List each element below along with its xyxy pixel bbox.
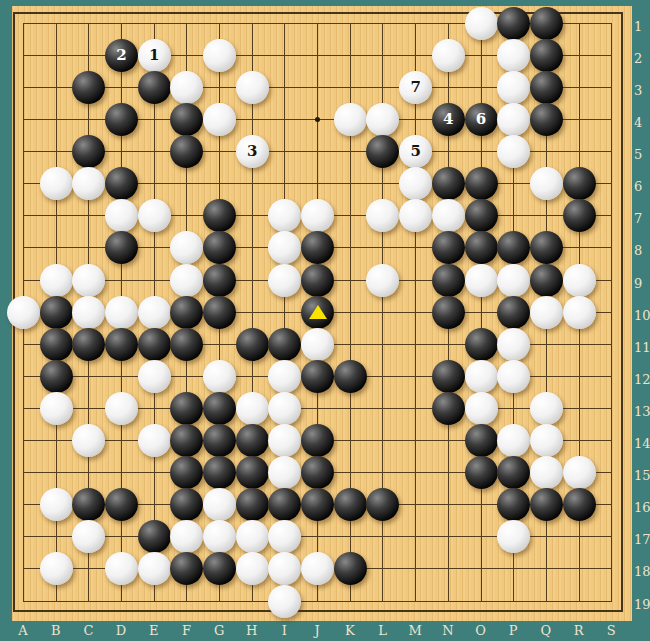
row-label-18: 18 [634, 564, 650, 579]
row-label-7: 7 [634, 211, 642, 226]
row-label-1: 1 [634, 18, 642, 33]
row-label-16: 16 [634, 500, 650, 515]
row-label-14: 14 [634, 436, 650, 451]
column-label-K: K [345, 623, 355, 638]
column-label-A: A [18, 623, 27, 638]
go-board-screenshot: 2174635 ABCDEFGHIJKLMNOPQRS1234567891011… [0, 0, 650, 641]
column-label-I: I [282, 623, 287, 638]
column-label-O: O [475, 623, 486, 638]
row-label-6: 6 [634, 179, 642, 194]
row-label-5: 5 [634, 147, 642, 162]
row-label-11: 11 [634, 339, 650, 354]
row-label-13: 13 [634, 403, 650, 418]
column-label-E: E [149, 623, 159, 638]
row-label-12: 12 [634, 371, 650, 386]
column-label-M: M [409, 623, 422, 638]
row-label-15: 15 [634, 468, 650, 483]
row-label-17: 17 [634, 532, 650, 547]
column-label-S: S [607, 623, 616, 638]
column-label-B: B [51, 623, 61, 638]
row-label-9: 9 [634, 275, 642, 290]
column-label-F: F [182, 623, 191, 638]
column-label-G: G [214, 623, 224, 638]
row-label-2: 2 [634, 50, 642, 65]
row-label-3: 3 [634, 82, 642, 97]
row-label-4: 4 [634, 115, 642, 130]
column-label-N: N [442, 623, 453, 638]
column-label-D: D [116, 623, 126, 638]
column-label-C: C [83, 623, 93, 638]
column-label-P: P [509, 623, 518, 638]
row-label-8: 8 [634, 243, 642, 258]
column-label-Q: Q [541, 623, 552, 638]
coordinate-labels: ABCDEFGHIJKLMNOPQRS123456789101112131415… [0, 0, 650, 641]
row-label-10: 10 [634, 307, 650, 322]
column-label-H: H [246, 623, 257, 638]
column-label-L: L [378, 623, 387, 638]
row-label-19: 19 [634, 596, 650, 611]
column-label-R: R [574, 623, 584, 638]
column-label-J: J [315, 623, 320, 638]
